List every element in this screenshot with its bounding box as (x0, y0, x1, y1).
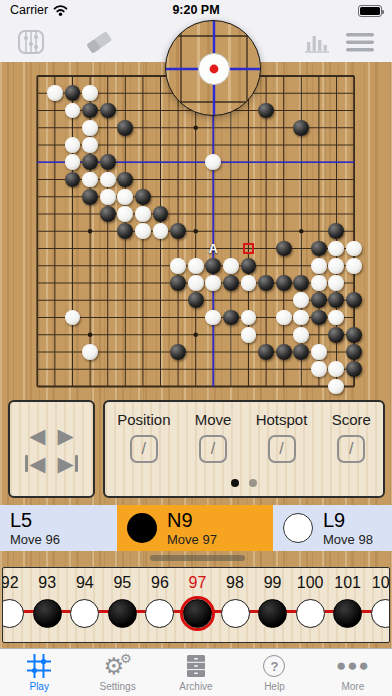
white-stone[interactable] (117, 206, 133, 222)
black-stone[interactable] (346, 327, 362, 343)
white-stone[interactable] (328, 361, 344, 377)
white-stone[interactable] (65, 103, 81, 119)
black-stone[interactable] (311, 292, 327, 308)
timeline-move-102[interactable]: 102 (366, 574, 390, 628)
black-stone[interactable] (188, 292, 204, 308)
timeline-white-stone[interactable] (145, 599, 174, 628)
move-info-bar: L5 Move 96 N9 Move 97 L9 Move 98 (0, 505, 392, 551)
black-stone[interactable] (65, 85, 81, 101)
black-stone[interactable] (328, 292, 344, 308)
tab-settings[interactable]: ⚙⚙ Settings (78, 649, 156, 696)
timeline-move-number: 96 (141, 574, 179, 592)
move-panel-current[interactable]: N9 Move 97 (117, 505, 273, 551)
ellipsis-icon: ●●● (336, 653, 370, 679)
tab-label: Settings (100, 681, 136, 692)
black-stone[interactable] (258, 103, 274, 119)
tab-help[interactable]: ? Help (235, 649, 313, 696)
black-stone[interactable] (311, 310, 327, 326)
timeline-move-number: 100 (291, 574, 329, 592)
white-stone[interactable] (205, 154, 221, 170)
eraser-icon[interactable] (84, 28, 114, 56)
prev-move-button[interactable]: ◀ (29, 425, 45, 446)
white-stone[interactable] (293, 292, 309, 308)
first-move-button[interactable]: ◀ (25, 453, 45, 474)
page-dots (105, 479, 383, 487)
app-screen: Carrier 9:20 PM (0, 0, 392, 696)
black-stone[interactable] (346, 292, 362, 308)
timeline-move-number: 98 (216, 574, 254, 592)
white-stone[interactable] (346, 241, 362, 257)
status-bar: Carrier 9:20 PM (0, 0, 392, 21)
timeline-move-92[interactable]: 92 (2, 574, 29, 628)
magnifier-loupe (165, 20, 261, 116)
timeline-move-number: 92 (2, 574, 29, 592)
white-stone[interactable] (82, 137, 98, 153)
mode-label: Score (332, 411, 371, 428)
black-stone[interactable] (293, 344, 309, 360)
white-stone[interactable] (82, 344, 98, 360)
timeline-black-stone[interactable] (333, 599, 362, 628)
move-coord: L9 (323, 509, 373, 532)
black-stone[interactable] (205, 258, 221, 274)
white-stone[interactable] (82, 120, 98, 136)
annotation-toggle-icon[interactable]: / (199, 435, 227, 463)
black-stone[interactable] (241, 258, 257, 274)
tab-archive[interactable]: Archive (157, 649, 235, 696)
move-coord: L5 (10, 509, 60, 532)
timeline-move-97[interactable]: 97 (178, 574, 216, 628)
move-panel-previous[interactable]: L5 Move 96 (0, 505, 117, 551)
white-stone[interactable] (47, 85, 63, 101)
timeline-black-stone[interactable] (258, 599, 287, 628)
battery-icon (358, 5, 382, 17)
black-stone[interactable] (82, 189, 98, 205)
annotation-toggle-icon[interactable]: / (130, 435, 158, 463)
black-stone[interactable] (170, 275, 186, 291)
black-stone[interactable] (82, 154, 98, 170)
bar-chart-icon[interactable] (303, 28, 331, 56)
move-button[interactable]: Move/ (195, 411, 232, 463)
tab-label: More (341, 681, 364, 692)
timeline-move-number: 95 (103, 574, 141, 592)
white-stone[interactable] (153, 223, 169, 239)
black-stone[interactable] (346, 344, 362, 360)
timeline-move-number: 102 (366, 574, 390, 592)
black-stone[interactable] (223, 275, 239, 291)
position-button[interactable]: Position/ (117, 411, 170, 463)
move-number: Move 96 (10, 532, 60, 547)
tab-play[interactable]: Play (0, 649, 78, 696)
black-stone[interactable] (117, 172, 133, 188)
black-stone[interactable] (328, 327, 344, 343)
mode-label: Position (117, 411, 170, 428)
black-stone[interactable] (82, 103, 98, 119)
timeline-white-stone[interactable] (296, 599, 325, 628)
move-panel-next[interactable]: L9 Move 98 (273, 505, 392, 551)
tab-label: Archive (179, 681, 212, 692)
mode-label: Move (195, 411, 232, 428)
move-number: Move 97 (167, 532, 217, 547)
white-stone[interactable] (346, 258, 362, 274)
black-stone[interactable] (170, 344, 186, 360)
annotation-toggle-icon[interactable]: / (268, 435, 296, 463)
black-stone[interactable] (100, 103, 116, 119)
black-stone[interactable] (293, 120, 309, 136)
white-stone[interactable] (241, 310, 257, 326)
timeline-move-95[interactable]: 95 (103, 574, 141, 628)
current-move-square-marker (243, 243, 254, 254)
menu-icon[interactable] (344, 28, 376, 56)
white-stone[interactable] (241, 327, 257, 343)
board-tray-icon[interactable] (17, 28, 45, 56)
go-board-icon (26, 653, 52, 679)
black-stone[interactable] (328, 223, 344, 239)
timeline-move-94[interactable]: 94 (66, 574, 104, 628)
timeline-move-number: 94 (66, 574, 104, 592)
timeline-move-number: 93 (28, 574, 66, 592)
move-nav-panel: ◀ ▶ ◀ ▶ (8, 400, 95, 498)
black-stone[interactable] (276, 344, 292, 360)
timeline-black-stone[interactable] (108, 599, 137, 628)
white-stone[interactable] (65, 137, 81, 153)
white-stone[interactable] (135, 223, 151, 239)
timeline-move-98[interactable]: 98 (216, 574, 254, 628)
white-stone[interactable] (205, 275, 221, 291)
annotation-toggle-icon[interactable]: / (337, 435, 365, 463)
move-number: Move 98 (323, 532, 373, 547)
white-stone[interactable] (311, 361, 327, 377)
white-stone[interactable] (117, 189, 133, 205)
touch-point-dot (210, 65, 219, 74)
black-stone[interactable] (170, 223, 186, 239)
scroll-indicator (150, 555, 245, 561)
timeline-white-stone[interactable] (221, 599, 250, 628)
white-stone[interactable] (311, 275, 327, 291)
timeline-move-number: 101 (329, 574, 367, 592)
black-stone[interactable] (293, 275, 309, 291)
black-stone[interactable] (311, 241, 327, 257)
white-stone[interactable] (328, 241, 344, 257)
timeline-move-93[interactable]: 93 (28, 574, 66, 628)
white-stone[interactable] (293, 310, 309, 326)
white-stone[interactable] (328, 379, 344, 395)
white-stone[interactable] (223, 258, 239, 274)
timeline-move-100[interactable]: 100 (291, 574, 329, 628)
tab-label: Help (264, 681, 285, 692)
white-stone[interactable] (328, 310, 344, 326)
black-stone[interactable] (258, 344, 274, 360)
white-stone[interactable] (311, 344, 327, 360)
timeline-move-number: 97 (178, 574, 216, 592)
timeline-white-stone[interactable] (70, 599, 99, 628)
page-dot-active[interactable] (231, 479, 239, 487)
black-stone[interactable] (135, 189, 151, 205)
white-stone[interactable] (241, 275, 257, 291)
variation-label-A: A (205, 241, 221, 257)
timeline-move-99[interactable]: 99 (254, 574, 292, 628)
black-stone[interactable] (276, 275, 292, 291)
white-stone[interactable] (82, 172, 98, 188)
white-stone-icon (283, 513, 313, 543)
mode-panel: Position/Move/Hotspot/Score/ (103, 400, 385, 498)
timeline-move-number: 99 (254, 574, 292, 592)
white-stone[interactable] (328, 258, 344, 274)
timeline-black-stone[interactable] (33, 599, 62, 628)
timeline-white-stone[interactable] (371, 599, 390, 628)
black-stone[interactable] (117, 223, 133, 239)
timeline-move-101[interactable]: 101 (329, 574, 367, 628)
timeline-black-stone[interactable] (183, 599, 212, 628)
last-move-button[interactable]: ▶ (58, 453, 78, 474)
black-stone[interactable] (276, 241, 292, 257)
white-stone[interactable] (170, 258, 186, 274)
next-move-button[interactable]: ▶ (58, 425, 74, 446)
gears-icon: ⚙⚙ (103, 653, 131, 679)
tab-more[interactable]: ●●● More (314, 649, 392, 696)
tab-label: Play (29, 681, 48, 692)
white-stone[interactable] (328, 275, 344, 291)
white-stone[interactable] (293, 327, 309, 343)
white-stone[interactable] (82, 85, 98, 101)
white-stone[interactable] (276, 310, 292, 326)
black-stone[interactable] (153, 206, 169, 222)
white-stone[interactable] (65, 310, 81, 326)
white-stone[interactable] (188, 258, 204, 274)
black-stone[interactable] (100, 206, 116, 222)
timeline-white-stone[interactable] (2, 599, 24, 628)
black-stone[interactable] (258, 275, 274, 291)
stones-layer (29, 67, 363, 395)
score-button[interactable]: Score/ (332, 411, 371, 463)
black-stone[interactable] (100, 154, 116, 170)
tab-bar: Play ⚙⚙ Settings Archive ? (0, 648, 392, 696)
white-stone[interactable] (205, 310, 221, 326)
white-stone[interactable] (135, 206, 151, 222)
hotspot-button[interactable]: Hotspot/ (256, 411, 308, 463)
black-stone[interactable] (223, 310, 239, 326)
white-stone[interactable] (100, 189, 116, 205)
black-stone-icon (127, 513, 157, 543)
question-circle-icon: ? (263, 653, 285, 679)
black-stone[interactable] (346, 361, 362, 377)
white-stone[interactable] (100, 172, 116, 188)
black-stone[interactable] (117, 120, 133, 136)
drawer-cabinet-icon (185, 653, 207, 679)
clock: 9:20 PM (0, 3, 392, 17)
page-dot[interactable] (249, 479, 257, 487)
timeline-move-96[interactable]: 96 (141, 574, 179, 628)
white-stone[interactable] (311, 258, 327, 274)
black-stone[interactable] (65, 172, 81, 188)
move-timeline[interactable]: 9293949596979899100101102 (2, 567, 390, 643)
mode-label: Hotspot (256, 411, 308, 428)
move-coord: N9 (167, 509, 217, 532)
white-stone[interactable] (65, 154, 81, 170)
white-stone[interactable] (188, 275, 204, 291)
